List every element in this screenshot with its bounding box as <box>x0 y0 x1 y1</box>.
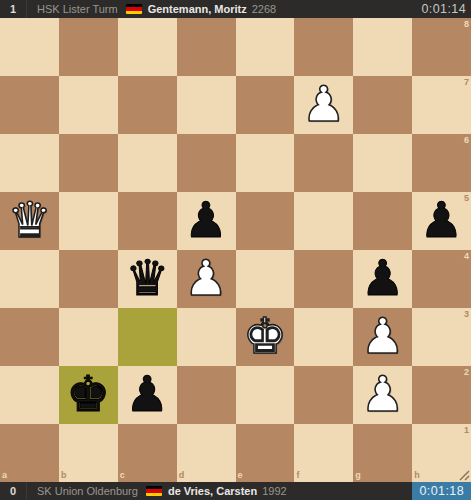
top-player-bar: 1 HSK Lister Turm Gentemann, Moritz 2268… <box>0 0 471 18</box>
square-b2[interactable]: ♚ <box>59 366 118 424</box>
bottom-player-clock: 0:01:18 <box>412 482 471 500</box>
square-c3[interactable] <box>118 308 177 366</box>
square-g8[interactable] <box>353 18 412 76</box>
square-b1[interactable]: b <box>59 424 118 482</box>
file-label-f: f <box>296 471 299 480</box>
square-e5[interactable] <box>236 192 295 250</box>
rank-label-5: 5 <box>464 194 469 203</box>
board-resize-handle[interactable] <box>459 470 470 481</box>
square-f1[interactable]: f <box>294 424 353 482</box>
square-d8[interactable] <box>177 18 236 76</box>
square-b6[interactable] <box>59 134 118 192</box>
file-label-b: b <box>61 471 67 480</box>
square-g5[interactable] <box>353 192 412 250</box>
square-e6[interactable] <box>236 134 295 192</box>
square-g2[interactable]: ♟ <box>353 366 412 424</box>
square-g4[interactable]: ♟ <box>353 250 412 308</box>
black-pawn-d5[interactable]: ♟ <box>184 193 228 249</box>
square-f5[interactable] <box>294 192 353 250</box>
white-pawn-g3[interactable]: ♟ <box>361 309 405 365</box>
black-king-b2[interactable]: ♚ <box>66 367 110 423</box>
square-a2[interactable] <box>0 366 59 424</box>
square-c6[interactable] <box>118 134 177 192</box>
square-h4[interactable]: 4 <box>412 250 471 308</box>
square-d5[interactable]: ♟ <box>177 192 236 250</box>
file-label-e: e <box>238 471 243 480</box>
square-h8[interactable]: 8 <box>412 18 471 76</box>
square-h6[interactable]: 6 <box>412 134 471 192</box>
white-pawn-f7[interactable]: ♟ <box>302 77 346 133</box>
top-player-score: 1 <box>0 0 27 18</box>
bottom-player-name: de Vries, Carsten <box>168 485 257 497</box>
square-g1[interactable]: g <box>353 424 412 482</box>
black-queen-c4[interactable]: ♛ <box>125 251 169 307</box>
square-f6[interactable] <box>294 134 353 192</box>
square-g3[interactable]: ♟ <box>353 308 412 366</box>
square-b7[interactable] <box>59 76 118 134</box>
square-e4[interactable] <box>236 250 295 308</box>
square-a4[interactable] <box>0 250 59 308</box>
bottom-player-team: SK Union Oldenburg <box>37 485 138 497</box>
rank-label-2: 2 <box>464 368 469 377</box>
rank-label-6: 6 <box>464 136 469 145</box>
square-a6[interactable] <box>0 134 59 192</box>
square-b5[interactable] <box>59 192 118 250</box>
square-c7[interactable] <box>118 76 177 134</box>
square-c8[interactable] <box>118 18 177 76</box>
square-c5[interactable] <box>118 192 177 250</box>
rank-label-1: 1 <box>464 426 469 435</box>
black-pawn-g4[interactable]: ♟ <box>361 251 405 307</box>
file-label-g: g <box>355 471 361 480</box>
square-c4[interactable]: ♛ <box>118 250 177 308</box>
square-e2[interactable] <box>236 366 295 424</box>
square-f3[interactable] <box>294 308 353 366</box>
square-a8[interactable] <box>0 18 59 76</box>
square-e1[interactable]: e <box>236 424 295 482</box>
square-g6[interactable] <box>353 134 412 192</box>
top-player-team: HSK Lister Turm <box>37 3 118 15</box>
white-king-e3[interactable]: ♚ <box>243 309 287 365</box>
square-f4[interactable] <box>294 250 353 308</box>
square-c1[interactable]: c <box>118 424 177 482</box>
rank-label-8: 8 <box>464 20 469 29</box>
square-c2[interactable]: ♟ <box>118 366 177 424</box>
square-f7[interactable]: ♟ <box>294 76 353 134</box>
bottom-player-bar: 0 SK Union Oldenburg de Vries, Carsten 1… <box>0 482 471 500</box>
square-h3[interactable]: 3 <box>412 308 471 366</box>
square-d7[interactable] <box>177 76 236 134</box>
square-a3[interactable] <box>0 308 59 366</box>
square-a7[interactable] <box>0 76 59 134</box>
square-a1[interactable]: a <box>0 424 59 482</box>
black-pawn-h5[interactable]: ♟ <box>420 193 464 249</box>
bottom-player-rating: 1992 <box>262 485 286 497</box>
white-queen-a5[interactable]: ♛ <box>7 193 51 249</box>
chess-board[interactable]: 8♟76♛♟5♟♛♟♟4♚♟3♚♟♟2abcdefgh1 <box>0 18 471 482</box>
square-d3[interactable] <box>177 308 236 366</box>
square-f2[interactable] <box>294 366 353 424</box>
rank-label-3: 3 <box>464 310 469 319</box>
square-b8[interactable] <box>59 18 118 76</box>
rank-label-4: 4 <box>464 252 469 261</box>
chess-broadcast-window: 1 HSK Lister Turm Gentemann, Moritz 2268… <box>0 0 471 500</box>
square-d2[interactable] <box>177 366 236 424</box>
white-pawn-d4[interactable]: ♟ <box>184 251 228 307</box>
top-player-rating: 2268 <box>252 3 276 15</box>
white-pawn-g2[interactable]: ♟ <box>361 367 405 423</box>
square-d1[interactable]: d <box>177 424 236 482</box>
square-a5[interactable]: ♛ <box>0 192 59 250</box>
square-g7[interactable] <box>353 76 412 134</box>
rank-label-7: 7 <box>464 78 469 87</box>
square-b4[interactable] <box>59 250 118 308</box>
square-e3[interactable]: ♚ <box>236 308 295 366</box>
square-d6[interactable] <box>177 134 236 192</box>
square-f8[interactable] <box>294 18 353 76</box>
file-label-a: a <box>2 471 7 480</box>
black-pawn-c2[interactable]: ♟ <box>125 367 169 423</box>
top-player-clock: 0:01:14 <box>416 0 471 18</box>
square-h5[interactable]: 5♟ <box>412 192 471 250</box>
square-h2[interactable]: 2 <box>412 366 471 424</box>
square-h7[interactable]: 7 <box>412 76 471 134</box>
german-flag-icon <box>146 486 162 496</box>
square-e7[interactable] <box>236 76 295 134</box>
file-label-h: h <box>414 471 420 480</box>
square-e8[interactable] <box>236 18 295 76</box>
file-label-c: c <box>120 471 125 480</box>
bottom-player-score: 0 <box>0 482 27 500</box>
square-d4[interactable]: ♟ <box>177 250 236 308</box>
top-player-name: Gentemann, Moritz <box>148 3 247 15</box>
file-label-d: d <box>179 471 185 480</box>
german-flag-icon <box>126 4 142 14</box>
square-b3[interactable] <box>59 308 118 366</box>
